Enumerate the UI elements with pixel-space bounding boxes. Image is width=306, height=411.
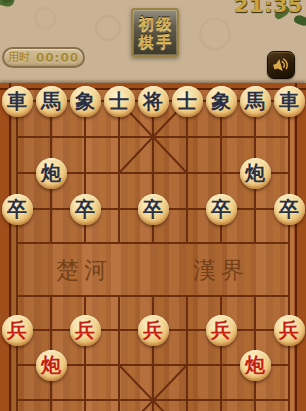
piece-black-cannon[interactable]: 炮 [240, 158, 271, 189]
sound-toggle-button[interactable] [267, 51, 295, 79]
player-rank-badge: 初级 棋手 [131, 8, 179, 57]
piece-red-soldier[interactable]: 兵 [206, 315, 237, 346]
piece-black-soldier[interactable]: 卒 [70, 194, 101, 225]
piece-black-soldier[interactable]: 卒 [138, 194, 169, 225]
xiangqi-board[interactable]: 楚河 漢界 車馬象士将士象馬車炮炮卒卒卒卒卒兵兵兵兵兵炮炮車馬相仕帥仕相馬車 [0, 83, 306, 411]
piece-red-soldier[interactable]: 兵 [70, 315, 101, 346]
piece-black-chariot[interactable]: 車 [274, 86, 305, 117]
system-clock: 21:35 [234, 0, 303, 17]
piece-black-general[interactable]: 将 [138, 86, 169, 117]
piece-black-soldier[interactable]: 卒 [274, 194, 305, 225]
piece-black-cannon[interactable]: 炮 [36, 158, 67, 189]
timer-label: 用时 [8, 50, 30, 65]
speaker-icon [269, 53, 294, 78]
timer-value: 00:00 [36, 51, 79, 65]
piece-black-soldier[interactable]: 卒 [2, 194, 33, 225]
elapsed-time-chip: 用时 00:00 [2, 47, 85, 68]
rank-badge-line2: 棋手 [133, 33, 177, 51]
xiangqi-app-screen: 21:35 初级 棋手 用时 00:00 [0, 0, 306, 411]
piece-black-horse[interactable]: 馬 [36, 86, 67, 117]
piece-red-cannon[interactable]: 炮 [36, 350, 67, 381]
piece-red-soldier[interactable]: 兵 [138, 315, 169, 346]
piece-red-cannon[interactable]: 炮 [240, 350, 271, 381]
piece-black-soldier[interactable]: 卒 [206, 194, 237, 225]
piece-black-horse[interactable]: 馬 [240, 86, 271, 117]
piece-black-elephant[interactable]: 象 [206, 86, 237, 117]
piece-black-advisor[interactable]: 士 [104, 86, 135, 117]
rank-badge-line1: 初级 [133, 15, 177, 33]
piece-black-chariot[interactable]: 車 [2, 86, 33, 117]
piece-black-elephant[interactable]: 象 [70, 86, 101, 117]
piece-black-advisor[interactable]: 士 [172, 86, 203, 117]
piece-red-soldier[interactable]: 兵 [2, 315, 33, 346]
piece-red-soldier[interactable]: 兵 [274, 315, 305, 346]
piece-layer: 車馬象士将士象馬車炮炮卒卒卒卒卒兵兵兵兵兵炮炮車馬相仕帥仕相馬車 [0, 83, 306, 411]
top-bar: 21:35 初级 棋手 用时 00:00 [0, 0, 306, 83]
